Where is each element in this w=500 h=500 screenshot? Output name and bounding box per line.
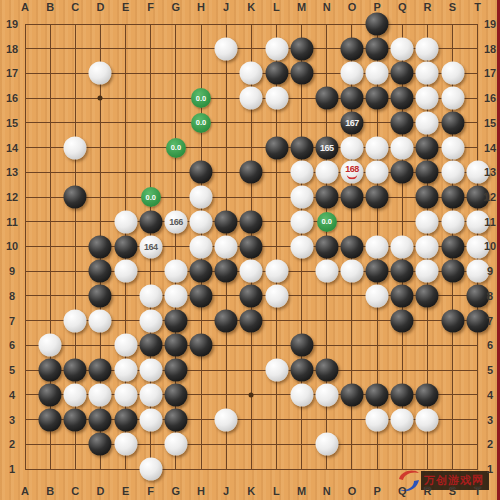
row-label-left: 2 bbox=[9, 438, 15, 450]
row-label-right: 14 bbox=[484, 142, 496, 154]
black-stone-D10[interactable] bbox=[89, 235, 112, 258]
white-stone-S16[interactable] bbox=[441, 87, 464, 110]
ai-hint-H15[interactable]: 0.0 bbox=[191, 113, 211, 133]
black-stone-R8[interactable] bbox=[416, 284, 439, 307]
white-stone-E5[interactable] bbox=[114, 359, 137, 382]
row-label-left: 6 bbox=[9, 339, 15, 351]
white-stone-H10[interactable] bbox=[190, 235, 213, 258]
black-stone-P9[interactable] bbox=[366, 260, 389, 283]
black-stone-O18[interactable] bbox=[340, 37, 363, 60]
white-stone-P10[interactable] bbox=[366, 235, 389, 258]
black-stone-R4[interactable] bbox=[416, 383, 439, 406]
white-stone-G2[interactable] bbox=[164, 433, 187, 456]
black-stone-N10[interactable] bbox=[315, 235, 338, 258]
white-stone-L9[interactable] bbox=[265, 260, 288, 283]
black-stone-H8[interactable] bbox=[190, 284, 213, 307]
white-stone-L16[interactable] bbox=[265, 87, 288, 110]
white-stone-C7[interactable] bbox=[64, 309, 87, 332]
black-stone-J7[interactable] bbox=[215, 309, 238, 332]
grid-line-horizontal bbox=[25, 345, 478, 346]
row-label-right: 17 bbox=[484, 67, 496, 79]
white-stone-R16[interactable] bbox=[416, 87, 439, 110]
white-stone-B6[interactable] bbox=[39, 334, 62, 357]
column-label-top: T bbox=[474, 1, 481, 13]
white-stone-G8[interactable] bbox=[164, 284, 187, 307]
white-stone-K9[interactable] bbox=[240, 260, 263, 283]
white-stone-E9[interactable] bbox=[114, 260, 137, 283]
column-label-top: O bbox=[348, 1, 357, 13]
black-stone-D8[interactable] bbox=[89, 284, 112, 307]
white-stone-O9[interactable] bbox=[340, 260, 363, 283]
black-stone-N5[interactable] bbox=[315, 359, 338, 382]
white-stone-S13[interactable] bbox=[441, 161, 464, 184]
black-stone-G7[interactable] bbox=[164, 309, 187, 332]
row-label-right: 7 bbox=[487, 315, 493, 327]
black-stone-Q4[interactable] bbox=[391, 383, 414, 406]
black-stone-P16[interactable] bbox=[366, 87, 389, 110]
black-stone-B5[interactable] bbox=[39, 359, 62, 382]
black-stone-R12[interactable] bbox=[416, 186, 439, 209]
white-stone-O13[interactable]: 168 bbox=[340, 161, 363, 184]
white-stone-L5[interactable] bbox=[265, 359, 288, 382]
column-label-top: J bbox=[223, 1, 229, 13]
black-stone-Q16[interactable] bbox=[391, 87, 414, 110]
white-stone-N4[interactable] bbox=[315, 383, 338, 406]
row-label-right: 13 bbox=[484, 166, 496, 178]
black-stone-H9[interactable] bbox=[190, 260, 213, 283]
column-label-bottom: T bbox=[474, 485, 481, 497]
white-stone-T9[interactable] bbox=[466, 260, 489, 283]
white-stone-M11[interactable] bbox=[290, 210, 313, 233]
go-app-screenshot: 1671651681661640.00.00.00.00.0 万创游戏网 AA1… bbox=[0, 0, 500, 500]
black-stone-O16[interactable] bbox=[340, 87, 363, 110]
black-stone-C12[interactable] bbox=[64, 186, 87, 209]
row-label-left: 10 bbox=[6, 240, 18, 252]
row-label-right: 15 bbox=[484, 117, 496, 129]
star-point bbox=[249, 392, 254, 397]
white-stone-D7[interactable] bbox=[89, 309, 112, 332]
black-stone-P12[interactable] bbox=[366, 186, 389, 209]
black-stone-T7[interactable] bbox=[466, 309, 489, 332]
white-stone-R3[interactable] bbox=[416, 408, 439, 431]
white-stone-J18[interactable] bbox=[215, 37, 238, 60]
white-stone-R15[interactable] bbox=[416, 111, 439, 134]
row-label-right: 11 bbox=[484, 216, 496, 228]
column-label-bottom: M bbox=[297, 485, 306, 497]
white-stone-R9[interactable] bbox=[416, 260, 439, 283]
white-stone-M10[interactable] bbox=[290, 235, 313, 258]
column-label-top: P bbox=[373, 1, 380, 13]
white-stone-S17[interactable] bbox=[441, 62, 464, 85]
white-stone-N2[interactable] bbox=[315, 433, 338, 456]
row-label-left: 4 bbox=[9, 389, 15, 401]
white-stone-P17[interactable] bbox=[366, 62, 389, 85]
black-stone-G4[interactable] bbox=[164, 383, 187, 406]
row-label-left: 7 bbox=[9, 315, 15, 327]
black-stone-B4[interactable] bbox=[39, 383, 62, 406]
black-stone-J9[interactable] bbox=[215, 260, 238, 283]
white-stone-Q18[interactable] bbox=[391, 37, 414, 60]
column-label-bottom: K bbox=[247, 485, 255, 497]
white-stone-K16[interactable] bbox=[240, 87, 263, 110]
column-label-top: C bbox=[71, 1, 79, 13]
black-stone-P18[interactable] bbox=[366, 37, 389, 60]
row-label-right: 18 bbox=[484, 43, 496, 55]
ai-hint-F12[interactable]: 0.0 bbox=[141, 187, 161, 207]
star-point bbox=[98, 96, 103, 101]
white-stone-J10[interactable] bbox=[215, 235, 238, 258]
black-stone-O4[interactable] bbox=[340, 383, 363, 406]
black-stone-M6[interactable] bbox=[290, 334, 313, 357]
white-stone-F8[interactable] bbox=[139, 284, 162, 307]
black-stone-O15[interactable]: 167 bbox=[340, 111, 363, 134]
black-stone-M18[interactable] bbox=[290, 37, 313, 60]
black-stone-N12[interactable] bbox=[315, 186, 338, 209]
black-stone-D5[interactable] bbox=[89, 359, 112, 382]
black-stone-S15[interactable] bbox=[441, 111, 464, 134]
black-stone-N16[interactable] bbox=[315, 87, 338, 110]
white-stone-S11[interactable] bbox=[441, 210, 464, 233]
black-stone-L14[interactable] bbox=[265, 136, 288, 159]
row-label-right: 1 bbox=[487, 463, 493, 475]
ai-hint-G14[interactable]: 0.0 bbox=[166, 138, 186, 158]
black-stone-S7[interactable] bbox=[441, 309, 464, 332]
white-stone-Q14[interactable] bbox=[391, 136, 414, 159]
move-number-label: 168 bbox=[345, 165, 359, 174]
black-stone-N14[interactable]: 165 bbox=[315, 136, 338, 159]
white-stone-F7[interactable] bbox=[139, 309, 162, 332]
row-label-right: 2 bbox=[487, 438, 493, 450]
white-stone-L18[interactable] bbox=[265, 37, 288, 60]
column-label-bottom: J bbox=[223, 485, 229, 497]
column-label-bottom: C bbox=[71, 485, 79, 497]
row-label-right: 8 bbox=[487, 290, 493, 302]
black-stone-G3[interactable] bbox=[164, 408, 187, 431]
column-label-top: N bbox=[323, 1, 331, 13]
row-label-right: 3 bbox=[487, 414, 493, 426]
black-stone-S9[interactable] bbox=[441, 260, 464, 283]
black-stone-R14[interactable] bbox=[416, 136, 439, 159]
black-stone-Q7[interactable] bbox=[391, 309, 414, 332]
column-label-bottom: D bbox=[96, 485, 104, 497]
row-label-left: 15 bbox=[6, 117, 18, 129]
white-stone-S14[interactable] bbox=[441, 136, 464, 159]
white-stone-M13[interactable] bbox=[290, 161, 313, 184]
white-stone-E11[interactable] bbox=[114, 210, 137, 233]
ai-hint-N11[interactable]: 0.0 bbox=[317, 212, 337, 232]
black-stone-F11[interactable] bbox=[139, 210, 162, 233]
column-label-bottom: P bbox=[373, 485, 380, 497]
white-stone-M4[interactable] bbox=[290, 383, 313, 406]
black-stone-Q9[interactable] bbox=[391, 260, 414, 283]
white-stone-R18[interactable] bbox=[416, 37, 439, 60]
white-stone-P14[interactable] bbox=[366, 136, 389, 159]
row-label-right: 5 bbox=[487, 364, 493, 376]
white-stone-P8[interactable] bbox=[366, 284, 389, 307]
row-label-left: 12 bbox=[6, 191, 18, 203]
white-stone-F3[interactable] bbox=[139, 408, 162, 431]
black-stone-G6[interactable] bbox=[164, 334, 187, 357]
column-label-top: M bbox=[297, 1, 306, 13]
column-label-bottom: N bbox=[323, 485, 331, 497]
black-stone-E10[interactable] bbox=[114, 235, 137, 258]
column-label-top: K bbox=[247, 1, 255, 13]
column-label-top: L bbox=[273, 1, 280, 13]
white-stone-H11[interactable] bbox=[190, 210, 213, 233]
column-label-top: Q bbox=[398, 1, 407, 13]
row-label-left: 5 bbox=[9, 364, 15, 376]
column-label-bottom: S bbox=[449, 485, 456, 497]
black-stone-Q13[interactable] bbox=[391, 161, 414, 184]
row-label-left: 3 bbox=[9, 414, 15, 426]
black-stone-J11[interactable] bbox=[215, 210, 238, 233]
black-stone-K7[interactable] bbox=[240, 309, 263, 332]
row-label-left: 17 bbox=[6, 67, 18, 79]
black-stone-B3[interactable] bbox=[39, 408, 62, 431]
column-label-top: S bbox=[449, 1, 456, 13]
white-stone-Q10[interactable] bbox=[391, 235, 414, 258]
column-label-bottom: F bbox=[147, 485, 154, 497]
white-stone-E2[interactable] bbox=[114, 433, 137, 456]
black-stone-O12[interactable] bbox=[340, 186, 363, 209]
row-label-right: 10 bbox=[484, 240, 496, 252]
row-label-left: 14 bbox=[6, 142, 18, 154]
black-stone-E3[interactable] bbox=[114, 408, 137, 431]
move-number-label: 167 bbox=[345, 118, 359, 127]
column-label-bottom: Q bbox=[398, 485, 407, 497]
black-stone-M17[interactable] bbox=[290, 62, 313, 85]
column-label-bottom: G bbox=[172, 485, 181, 497]
column-label-bottom: A bbox=[21, 485, 29, 497]
row-label-left: 16 bbox=[6, 92, 18, 104]
row-label-right: 16 bbox=[484, 92, 496, 104]
move-number-label: 165 bbox=[320, 143, 334, 152]
black-stone-D2[interactable] bbox=[89, 433, 112, 456]
black-stone-S12[interactable] bbox=[441, 186, 464, 209]
column-label-top: F bbox=[147, 1, 154, 13]
row-label-left: 13 bbox=[6, 166, 18, 178]
white-stone-F5[interactable] bbox=[139, 359, 162, 382]
row-label-left: 1 bbox=[9, 463, 15, 475]
black-stone-G5[interactable] bbox=[164, 359, 187, 382]
row-label-left: 19 bbox=[6, 18, 18, 30]
white-stone-O17[interactable] bbox=[340, 62, 363, 85]
black-stone-F6[interactable] bbox=[139, 334, 162, 357]
black-stone-P19[interactable] bbox=[366, 13, 389, 36]
column-label-bottom: L bbox=[273, 485, 280, 497]
black-stone-D3[interactable] bbox=[89, 408, 112, 431]
black-stone-T8[interactable] bbox=[466, 284, 489, 307]
white-stone-N13[interactable] bbox=[315, 161, 338, 184]
white-stone-P3[interactable] bbox=[366, 408, 389, 431]
move-number-label: 166 bbox=[169, 217, 183, 226]
white-stone-C4[interactable] bbox=[64, 383, 87, 406]
black-stone-Q17[interactable] bbox=[391, 62, 414, 85]
black-stone-R13[interactable] bbox=[416, 161, 439, 184]
black-stone-Q8[interactable] bbox=[391, 284, 414, 307]
black-stone-C3[interactable] bbox=[64, 408, 87, 431]
row-label-right: 12 bbox=[484, 191, 496, 203]
row-label-left: 18 bbox=[6, 43, 18, 55]
white-stone-C14[interactable] bbox=[64, 136, 87, 159]
black-stone-K13[interactable] bbox=[240, 161, 263, 184]
last-move-red-marker bbox=[346, 174, 357, 180]
column-label-bottom: E bbox=[122, 485, 129, 497]
black-stone-Q15[interactable] bbox=[391, 111, 414, 134]
row-label-left: 11 bbox=[6, 216, 18, 228]
row-label-right: 19 bbox=[484, 18, 496, 30]
column-label-top: E bbox=[122, 1, 129, 13]
column-label-top: G bbox=[172, 1, 181, 13]
column-label-bottom: O bbox=[348, 485, 357, 497]
move-number-label: 164 bbox=[144, 242, 158, 251]
black-stone-O10[interactable] bbox=[340, 235, 363, 258]
white-stone-K17[interactable] bbox=[240, 62, 263, 85]
black-stone-K11[interactable] bbox=[240, 210, 263, 233]
white-stone-M12[interactable] bbox=[290, 186, 313, 209]
row-label-left: 8 bbox=[9, 290, 15, 302]
black-stone-H13[interactable] bbox=[190, 161, 213, 184]
white-stone-R17[interactable] bbox=[416, 62, 439, 85]
column-label-bottom: B bbox=[46, 485, 54, 497]
white-stone-L8[interactable] bbox=[265, 284, 288, 307]
white-stone-F4[interactable] bbox=[139, 383, 162, 406]
column-label-bottom: R bbox=[423, 485, 431, 497]
row-label-right: 9 bbox=[487, 265, 493, 277]
white-stone-F1[interactable] bbox=[139, 458, 162, 481]
white-stone-P13[interactable] bbox=[366, 161, 389, 184]
white-stone-R10[interactable] bbox=[416, 235, 439, 258]
column-label-top: B bbox=[46, 1, 54, 13]
black-stone-H6[interactable] bbox=[190, 334, 213, 357]
black-stone-D9[interactable] bbox=[89, 260, 112, 283]
white-stone-O14[interactable] bbox=[340, 136, 363, 159]
black-stone-S10[interactable] bbox=[441, 235, 464, 258]
row-label-right: 4 bbox=[487, 389, 493, 401]
column-label-top: D bbox=[96, 1, 104, 13]
black-stone-C5[interactable] bbox=[64, 359, 87, 382]
white-stone-G11[interactable]: 166 bbox=[164, 210, 187, 233]
white-stone-E4[interactable] bbox=[114, 383, 137, 406]
black-stone-L17[interactable] bbox=[265, 62, 288, 85]
black-stone-P4[interactable] bbox=[366, 383, 389, 406]
row-label-left: 9 bbox=[9, 265, 15, 277]
white-stone-Q3[interactable] bbox=[391, 408, 414, 431]
column-label-bottom: H bbox=[197, 485, 205, 497]
white-stone-R11[interactable] bbox=[416, 210, 439, 233]
white-stone-E6[interactable] bbox=[114, 334, 137, 357]
black-stone-M14[interactable] bbox=[290, 136, 313, 159]
column-label-top: A bbox=[21, 1, 29, 13]
white-stone-F10[interactable]: 164 bbox=[139, 235, 162, 258]
black-stone-M5[interactable] bbox=[290, 359, 313, 382]
white-stone-H12[interactable] bbox=[190, 186, 213, 209]
ai-hint-H16[interactable]: 0.0 bbox=[191, 88, 211, 108]
white-stone-G9[interactable] bbox=[164, 260, 187, 283]
black-stone-K8[interactable] bbox=[240, 284, 263, 307]
row-label-right: 6 bbox=[487, 339, 493, 351]
white-stone-N9[interactable] bbox=[315, 260, 338, 283]
black-stone-K10[interactable] bbox=[240, 235, 263, 258]
white-stone-D4[interactable] bbox=[89, 383, 112, 406]
column-label-top: H bbox=[197, 1, 205, 13]
column-label-top: R bbox=[423, 1, 431, 13]
white-stone-J3[interactable] bbox=[215, 408, 238, 431]
white-stone-D17[interactable] bbox=[89, 62, 112, 85]
